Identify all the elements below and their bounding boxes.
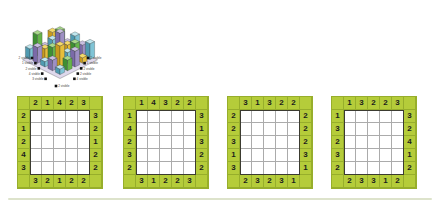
skyscrapers-illustration: 2 visible1 visible2 visible4 visible3 vi… bbox=[10, 4, 110, 94]
view-arrow-icon bbox=[73, 78, 76, 81]
clue-right-1: 3 bbox=[196, 110, 208, 123]
empty-cell-r2c4[interactable] bbox=[172, 123, 184, 136]
clue-top-3: 3 bbox=[160, 97, 172, 110]
clue-bottom-1: 3 bbox=[30, 175, 42, 188]
clue-bottom-5: 3 bbox=[184, 175, 196, 188]
clue-bottom-1: 3 bbox=[136, 175, 148, 188]
empty-cell-r2c1[interactable] bbox=[30, 123, 42, 136]
empty-cell-r1c2[interactable] bbox=[356, 110, 368, 123]
clue-bottom-1: 2 bbox=[240, 175, 252, 188]
clue-left-4: 4 bbox=[18, 149, 30, 162]
clue-top-5: 2 bbox=[184, 97, 196, 110]
empty-cell-r2c2[interactable] bbox=[148, 123, 160, 136]
view-arrow-icon bbox=[34, 62, 37, 65]
corner-cell bbox=[300, 175, 312, 188]
view-arrow-icon bbox=[77, 72, 80, 75]
empty-cell-r1c3[interactable] bbox=[264, 110, 276, 123]
tower-block bbox=[75, 49, 80, 67]
empty-cell-r4c4[interactable] bbox=[66, 149, 78, 162]
empty-cell-r5c1[interactable] bbox=[240, 162, 252, 175]
empty-cell-r2c1[interactable] bbox=[136, 123, 148, 136]
empty-cell-r1c1[interactable] bbox=[136, 110, 148, 123]
clue-top-5: 2 bbox=[288, 97, 300, 110]
view-arrow-icon bbox=[87, 57, 90, 60]
corner-cell bbox=[332, 175, 344, 188]
corner-cell bbox=[404, 97, 416, 110]
empty-cell-r1c4[interactable] bbox=[172, 110, 184, 123]
clue-right-5: 2 bbox=[404, 162, 416, 175]
visible-label-right-5: 4 visible bbox=[77, 77, 88, 81]
view-arrow-icon bbox=[38, 67, 41, 70]
clue-left-1: 1 bbox=[124, 110, 136, 123]
clue-right-3: 4 bbox=[404, 136, 416, 149]
empty-cell-r2c5[interactable] bbox=[288, 123, 300, 136]
clue-top-3: 4 bbox=[54, 97, 66, 110]
clue-left-1: 2 bbox=[228, 110, 240, 123]
clue-left-4: 1 bbox=[228, 149, 240, 162]
empty-cell-r1c4[interactable] bbox=[66, 110, 78, 123]
empty-cell-r5c2[interactable] bbox=[148, 162, 160, 175]
corner-cell bbox=[196, 175, 208, 188]
empty-cell-r3c1[interactable] bbox=[344, 136, 356, 149]
clue-right-3: 2 bbox=[300, 136, 312, 149]
empty-cell-r2c5[interactable] bbox=[392, 123, 404, 136]
visible-label-left-5: 3 visible bbox=[32, 77, 43, 81]
empty-cell-r3c3[interactable] bbox=[160, 136, 172, 149]
clue-top-4: 2 bbox=[380, 97, 392, 110]
empty-cell-r4c5[interactable] bbox=[78, 149, 90, 162]
empty-cell-r1c2[interactable] bbox=[252, 110, 264, 123]
clue-bottom-3: 2 bbox=[264, 175, 276, 188]
corner-cell bbox=[18, 97, 30, 110]
view-arrow-icon bbox=[44, 78, 47, 81]
clue-bottom-5: 1 bbox=[288, 175, 300, 188]
empty-cell-r5c4[interactable] bbox=[66, 162, 78, 175]
clue-top-1: 3 bbox=[240, 97, 252, 110]
empty-cell-r4c2[interactable] bbox=[252, 149, 264, 162]
view-arrow-icon bbox=[80, 67, 83, 70]
clue-left-1: 1 bbox=[332, 110, 344, 123]
empty-cell-r3c2[interactable] bbox=[252, 136, 264, 149]
empty-cell-r1c3[interactable] bbox=[368, 110, 380, 123]
empty-cell-r4c1[interactable] bbox=[136, 149, 148, 162]
clue-left-5: 2 bbox=[124, 162, 136, 175]
empty-cell-r3c2[interactable] bbox=[148, 136, 160, 149]
empty-cell-r3c5[interactable] bbox=[78, 136, 90, 149]
clue-bottom-5: 2 bbox=[78, 175, 90, 188]
view-arrow-icon bbox=[31, 57, 34, 60]
clue-left-4: 3 bbox=[124, 149, 136, 162]
empty-cell-r1c4[interactable] bbox=[276, 110, 288, 123]
clue-top-2: 4 bbox=[148, 97, 160, 110]
empty-cell-r1c4[interactable] bbox=[380, 110, 392, 123]
empty-cell-r4c1[interactable] bbox=[30, 149, 42, 162]
clue-right-2: 2 bbox=[300, 123, 312, 136]
empty-cell-r2c4[interactable] bbox=[276, 123, 288, 136]
view-arrow-icon bbox=[83, 62, 86, 65]
empty-cell-r4c4[interactable] bbox=[172, 149, 184, 162]
clue-bottom-2: 3 bbox=[252, 175, 264, 188]
clue-top-1: 1 bbox=[344, 97, 356, 110]
clue-top-5: 3 bbox=[78, 97, 90, 110]
clue-bottom-1: 2 bbox=[344, 175, 356, 188]
clue-bottom-2: 3 bbox=[356, 175, 368, 188]
empty-cell-r2c1[interactable] bbox=[344, 123, 356, 136]
empty-cell-r5c4[interactable] bbox=[172, 162, 184, 175]
empty-cell-r4c3[interactable] bbox=[368, 149, 380, 162]
empty-cell-r1c1[interactable] bbox=[344, 110, 356, 123]
empty-cell-r1c1[interactable] bbox=[30, 110, 42, 123]
corner-cell bbox=[404, 175, 416, 188]
empty-cell-r2c4[interactable] bbox=[380, 123, 392, 136]
clue-top-1: 2 bbox=[30, 97, 42, 110]
empty-cell-r1c3[interactable] bbox=[54, 110, 66, 123]
empty-cell-r3c4[interactable] bbox=[276, 136, 288, 149]
clue-top-2: 3 bbox=[356, 97, 368, 110]
empty-cell-r2c2[interactable] bbox=[42, 123, 54, 136]
corner-cell bbox=[124, 175, 136, 188]
empty-cell-r4c2[interactable] bbox=[148, 149, 160, 162]
empty-cell-r5c5[interactable] bbox=[78, 162, 90, 175]
clue-left-3: 2 bbox=[124, 136, 136, 149]
clue-top-5: 3 bbox=[392, 97, 404, 110]
clue-bottom-3: 2 bbox=[160, 175, 172, 188]
empty-cell-r1c5[interactable] bbox=[392, 110, 404, 123]
visible-label-right-3: 2 visible bbox=[83, 67, 94, 71]
empty-cell-r4c4[interactable] bbox=[276, 149, 288, 162]
empty-cell-r3c3[interactable] bbox=[54, 136, 66, 149]
visible-label-left-3: 2 visible bbox=[25, 67, 36, 71]
empty-cell-r5c5[interactable] bbox=[288, 162, 300, 175]
corner-cell bbox=[228, 175, 240, 188]
clue-top-3: 3 bbox=[264, 97, 276, 110]
empty-cell-r5c5[interactable] bbox=[184, 162, 196, 175]
clue-left-5: 3 bbox=[18, 162, 30, 175]
empty-cell-r2c4[interactable] bbox=[66, 123, 78, 136]
clue-left-3: 3 bbox=[228, 136, 240, 149]
corner-cell bbox=[332, 97, 344, 110]
empty-cell-r4c3[interactable] bbox=[54, 149, 66, 162]
clue-left-2: 4 bbox=[124, 123, 136, 136]
empty-cell-r3c4[interactable] bbox=[380, 136, 392, 149]
tower-block bbox=[48, 58, 53, 71]
clue-left-3: 2 bbox=[332, 136, 344, 149]
clue-left-2: 3 bbox=[332, 123, 344, 136]
clue-right-1: 3 bbox=[90, 110, 102, 123]
corner-cell bbox=[124, 97, 136, 110]
clue-right-5: 1 bbox=[300, 162, 312, 175]
empty-cell-r4c3[interactable] bbox=[160, 149, 172, 162]
skyscrapers-board-1: 21423231221423232122 bbox=[17, 96, 103, 189]
empty-cell-r4c3[interactable] bbox=[264, 149, 276, 162]
empty-cell-r4c4[interactable] bbox=[380, 149, 392, 162]
empty-cell-r3c1[interactable] bbox=[240, 136, 252, 149]
empty-cell-r5c3[interactable] bbox=[368, 162, 380, 175]
empty-cell-r3c2[interactable] bbox=[356, 136, 368, 149]
visible-label-right-4: 2 visible bbox=[80, 72, 91, 76]
clue-top-4: 2 bbox=[276, 97, 288, 110]
empty-cell-r1c5[interactable] bbox=[184, 110, 196, 123]
empty-cell-r3c4[interactable] bbox=[172, 136, 184, 149]
skyscrapers-board-3: 31322222232133123231 bbox=[227, 96, 313, 189]
empty-cell-r4c1[interactable] bbox=[240, 149, 252, 162]
clue-left-4: 3 bbox=[332, 149, 344, 162]
view-arrow-icon bbox=[55, 85, 58, 88]
empty-cell-r3c5[interactable] bbox=[392, 136, 404, 149]
skyscrapers-board-4: 13223133224312223312 bbox=[331, 96, 417, 189]
empty-cell-r1c2[interactable] bbox=[42, 110, 54, 123]
empty-cell-r5c2[interactable] bbox=[42, 162, 54, 175]
clue-bottom-4: 3 bbox=[276, 175, 288, 188]
clue-bottom-3: 3 bbox=[368, 175, 380, 188]
empty-cell-r4c5[interactable] bbox=[288, 149, 300, 162]
clue-bottom-4: 1 bbox=[380, 175, 392, 188]
empty-cell-r4c2[interactable] bbox=[356, 149, 368, 162]
clue-right-4: 3 bbox=[300, 149, 312, 162]
clue-right-5: 2 bbox=[196, 162, 208, 175]
tower-block bbox=[33, 45, 38, 63]
empty-cell-r5c1[interactable] bbox=[344, 162, 356, 175]
clue-left-2: 1 bbox=[18, 123, 30, 136]
visible-label-left-1: 2 visible bbox=[19, 56, 30, 60]
empty-cell-r3c1[interactable] bbox=[136, 136, 148, 149]
empty-cell-r1c3[interactable] bbox=[160, 110, 172, 123]
empty-cell-r1c5[interactable] bbox=[78, 110, 90, 123]
empty-cell-r1c5[interactable] bbox=[288, 110, 300, 123]
empty-cell-r4c5[interactable] bbox=[392, 149, 404, 162]
clue-top-1: 1 bbox=[136, 97, 148, 110]
empty-cell-r2c5[interactable] bbox=[184, 123, 196, 136]
clue-bottom-4: 2 bbox=[172, 175, 184, 188]
empty-cell-r3c2[interactable] bbox=[42, 136, 54, 149]
clue-right-4: 2 bbox=[90, 149, 102, 162]
view-arrow-icon bbox=[41, 72, 44, 75]
empty-cell-r3c1[interactable] bbox=[30, 136, 42, 149]
bottom-divider bbox=[8, 198, 432, 200]
clue-right-4: 2 bbox=[196, 149, 208, 162]
empty-cell-r3c3[interactable] bbox=[264, 136, 276, 149]
clue-right-3: 3 bbox=[196, 136, 208, 149]
clue-top-3: 2 bbox=[368, 97, 380, 110]
clue-left-5: 2 bbox=[332, 162, 344, 175]
clue-right-3: 1 bbox=[90, 136, 102, 149]
corner-cell bbox=[18, 175, 30, 188]
clue-right-2: 2 bbox=[404, 123, 416, 136]
empty-cell-r5c5[interactable] bbox=[392, 162, 404, 175]
clue-left-1: 2 bbox=[18, 110, 30, 123]
clue-left-3: 2 bbox=[18, 136, 30, 149]
clue-right-1: 3 bbox=[404, 110, 416, 123]
empty-cell-r4c1[interactable] bbox=[344, 149, 356, 162]
empty-cell-r3c4[interactable] bbox=[66, 136, 78, 149]
corner-cell bbox=[196, 97, 208, 110]
visible-label-left-2: 1 visible bbox=[22, 61, 33, 65]
corner-cell bbox=[228, 97, 240, 110]
skyscrapers-worksheet: 2 visible1 visible2 visible4 visible3 vi… bbox=[0, 0, 440, 202]
clue-bottom-3: 1 bbox=[54, 175, 66, 188]
empty-cell-r4c5[interactable] bbox=[184, 149, 196, 162]
empty-cell-r5c4[interactable] bbox=[276, 162, 288, 175]
clue-top-2: 1 bbox=[42, 97, 54, 110]
empty-cell-r3c5[interactable] bbox=[288, 136, 300, 149]
visible-label-right-1: 2 visible bbox=[90, 56, 101, 60]
clue-top-4: 2 bbox=[66, 97, 78, 110]
empty-cell-r2c3[interactable] bbox=[54, 123, 66, 136]
empty-cell-r5c3[interactable] bbox=[160, 162, 172, 175]
clue-bottom-2: 1 bbox=[148, 175, 160, 188]
empty-cell-r2c3[interactable] bbox=[264, 123, 276, 136]
clue-right-1: 2 bbox=[300, 110, 312, 123]
empty-cell-r2c1[interactable] bbox=[240, 123, 252, 136]
clue-bottom-2: 2 bbox=[42, 175, 54, 188]
empty-cell-r5c3[interactable] bbox=[264, 162, 276, 175]
empty-cell-r1c1[interactable] bbox=[240, 110, 252, 123]
empty-cell-r5c1[interactable] bbox=[136, 162, 148, 175]
visible-label-bottom: 2 visible bbox=[58, 84, 69, 88]
clue-bottom-4: 2 bbox=[66, 175, 78, 188]
clue-left-2: 2 bbox=[228, 123, 240, 136]
empty-cell-r2c3[interactable] bbox=[160, 123, 172, 136]
empty-cell-r4c2[interactable] bbox=[42, 149, 54, 162]
empty-cell-r5c2[interactable] bbox=[252, 162, 264, 175]
corner-cell bbox=[90, 175, 102, 188]
clue-right-4: 1 bbox=[404, 149, 416, 162]
corner-cell bbox=[90, 97, 102, 110]
corner-cell bbox=[300, 97, 312, 110]
clue-right-2: 1 bbox=[196, 123, 208, 136]
empty-cell-r3c5[interactable] bbox=[184, 136, 196, 149]
visible-label-left-4: 4 visible bbox=[29, 72, 40, 76]
clue-bottom-5: 2 bbox=[392, 175, 404, 188]
clue-top-2: 1 bbox=[252, 97, 264, 110]
clue-top-4: 2 bbox=[172, 97, 184, 110]
clue-right-5: 2 bbox=[90, 162, 102, 175]
empty-cell-r5c3[interactable] bbox=[54, 162, 66, 175]
empty-cell-r2c5[interactable] bbox=[78, 123, 90, 136]
empty-cell-r2c3[interactable] bbox=[368, 123, 380, 136]
skyscrapers-board-2: 14322134123322231223 bbox=[123, 96, 209, 189]
clue-left-5: 3 bbox=[228, 162, 240, 175]
empty-cell-r2c2[interactable] bbox=[252, 123, 264, 136]
empty-cell-r5c1[interactable] bbox=[30, 162, 42, 175]
empty-cell-r3c3[interactable] bbox=[368, 136, 380, 149]
empty-cell-r1c2[interactable] bbox=[148, 110, 160, 123]
empty-cell-r5c2[interactable] bbox=[356, 162, 368, 175]
empty-cell-r2c2[interactable] bbox=[356, 123, 368, 136]
clue-right-2: 2 bbox=[90, 123, 102, 136]
tower-block bbox=[68, 58, 73, 71]
empty-cell-r5c4[interactable] bbox=[380, 162, 392, 175]
visible-label-right-2: 1 visible bbox=[87, 61, 98, 65]
